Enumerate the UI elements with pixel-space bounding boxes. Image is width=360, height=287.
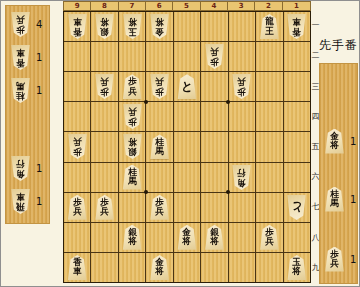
file-label: 7: [119, 2, 146, 10]
board-square-83[interactable]: 歩兵: [91, 72, 117, 101]
board-square-39[interactable]: [229, 253, 255, 282]
hand-slot-gote[interactable]: 桂馬1: [10, 77, 46, 103]
board-square-59[interactable]: [174, 253, 200, 282]
hand-slot-sente[interactable]: 金将1: [324, 128, 360, 154]
board-square-42[interactable]: 歩兵: [201, 42, 227, 71]
board-square-18[interactable]: [284, 223, 310, 252]
board-square-96[interactable]: [64, 163, 90, 192]
shogi-piece-sente[interactable]: 桂馬: [149, 134, 170, 159]
board-square-44[interactable]: [201, 102, 227, 131]
board-square-57[interactable]: [174, 193, 200, 222]
shogi-piece-sente[interactable]: 龍王: [259, 14, 280, 39]
board-square-47[interactable]: [201, 193, 227, 222]
board-square-78[interactable]: 銀将: [119, 223, 145, 252]
board-square-85[interactable]: [91, 132, 117, 161]
board-square-49[interactable]: [201, 253, 227, 282]
board-square-92[interactable]: [64, 42, 90, 71]
board-square-12[interactable]: [284, 42, 310, 71]
file-label: 4: [201, 2, 228, 10]
shogi-piece-sente[interactable]: 玉将: [286, 255, 307, 280]
board-square-77[interactable]: [119, 193, 145, 222]
shogi-piece-sente[interactable]: 金将: [176, 225, 197, 250]
file-label: 1: [283, 2, 310, 10]
shogi-piece-sente[interactable]: 歩兵: [149, 195, 170, 220]
hand-slot-gote[interactable]: 角行1: [10, 155, 46, 181]
board-square-51[interactable]: [174, 12, 200, 41]
hand-slot-gote[interactable]: 飛車1: [10, 188, 46, 214]
shogi-piece-sente[interactable]: 歩兵: [324, 247, 345, 272]
shogi-piece-gote[interactable]: 歩兵: [149, 74, 170, 99]
hoshi-dot: [226, 100, 230, 104]
board-square-29[interactable]: [256, 253, 282, 282]
board-square-23[interactable]: [256, 72, 282, 101]
board-square-48[interactable]: 銀将: [201, 223, 227, 252]
board-square-14[interactable]: [284, 102, 310, 131]
board-square-46[interactable]: [201, 163, 227, 192]
shogi-piece-gote[interactable]: 歩兵: [122, 104, 143, 129]
shogi-piece-sente[interactable]: 香車: [67, 255, 88, 280]
board-square-94[interactable]: [64, 102, 90, 131]
hand-slot-sente[interactable]: 歩兵1: [324, 246, 360, 272]
board-square-64[interactable]: [146, 102, 172, 131]
board-square-25[interactable]: [256, 132, 282, 161]
shogi-piece-gote[interactable]: 歩兵: [94, 74, 115, 99]
hand-slot-gote[interactable]: 香車1: [10, 44, 46, 70]
shogi-piece-sente[interactable]: 金将: [324, 129, 345, 154]
board-square-56[interactable]: [174, 163, 200, 192]
board-square-66[interactable]: [146, 163, 172, 192]
board-square-79[interactable]: [119, 253, 145, 282]
hand-count: 1: [350, 136, 356, 147]
shogi-piece-sente[interactable]: と: [176, 74, 197, 99]
board-square-19[interactable]: 玉将: [284, 253, 310, 282]
file-label: 6: [146, 2, 173, 10]
board-square-67[interactable]: 歩兵: [146, 193, 172, 222]
board-square-91[interactable]: 香車: [64, 12, 90, 41]
board-square-71[interactable]: 玉将: [119, 12, 145, 41]
board-square-82[interactable]: [91, 42, 117, 71]
hand-count: 1: [36, 85, 42, 96]
shogi-piece-gote[interactable]: 香車: [67, 14, 88, 39]
board-square-22[interactable]: [256, 42, 282, 71]
shogi-piece-sente[interactable]: 銀将: [204, 225, 225, 250]
board-square-55[interactable]: [174, 132, 200, 161]
shogi-piece-gote[interactable]: 香車: [10, 45, 31, 70]
board-square-68[interactable]: [146, 223, 172, 252]
shogi-piece-gote[interactable]: 桂馬: [10, 78, 31, 103]
turn-indicator: 先手番: [319, 37, 358, 54]
hand-slot-gote[interactable]: 歩兵4: [10, 11, 46, 37]
board-square-58[interactable]: 金将: [174, 223, 200, 252]
shogi-piece-sente[interactable]: 歩兵: [259, 225, 280, 250]
shogi-piece-gote[interactable]: 飛車: [10, 189, 31, 214]
board-square-32[interactable]: [229, 42, 255, 71]
board-square-89[interactable]: [91, 253, 117, 282]
shogi-piece-sente[interactable]: 金将: [149, 255, 170, 280]
board-square-27[interactable]: [256, 193, 282, 222]
hand-count: 1: [36, 52, 42, 63]
board-square-35[interactable]: [229, 132, 255, 161]
board-square-41[interactable]: [201, 12, 227, 41]
board-square-36[interactable]: 角行: [229, 163, 255, 192]
board-square-61[interactable]: 金将: [146, 12, 172, 41]
shogi-piece-gote[interactable]: 歩兵: [10, 12, 31, 37]
hand-count: 1: [36, 163, 42, 174]
shogi-piece-sente[interactable]: 銀将: [122, 225, 143, 250]
hoshi-dot: [144, 100, 148, 104]
hoshi-dot: [226, 190, 230, 194]
board-square-88[interactable]: [91, 223, 117, 252]
shogi-piece-sente[interactable]: 歩兵: [122, 74, 143, 99]
board-square-69[interactable]: 金将: [146, 253, 172, 282]
board-square-34[interactable]: [229, 102, 255, 131]
shogi-piece-gote[interactable]: 歩兵: [204, 44, 225, 69]
board-square-37[interactable]: [229, 193, 255, 222]
file-labels: 987654321: [63, 1, 311, 11]
file-label: 2: [255, 2, 282, 10]
shogi-piece-gote[interactable]: 歩兵: [67, 134, 88, 159]
board-square-16[interactable]: [284, 163, 310, 192]
shogi-piece-sente[interactable]: 桂馬: [324, 187, 345, 212]
board-square-11[interactable]: 香車: [284, 12, 310, 41]
board-square-72[interactable]: [119, 42, 145, 71]
board-square-65[interactable]: 桂馬: [146, 132, 172, 161]
shogi-piece-gote[interactable]: 銀将: [122, 134, 143, 159]
board-square-53[interactable]: と: [174, 72, 200, 101]
hand-count: 1: [350, 254, 356, 265]
board-square-24[interactable]: [256, 102, 282, 131]
board-square-84[interactable]: [91, 102, 117, 131]
shogi-piece-gote[interactable]: 香車: [286, 14, 307, 39]
file-label: 8: [91, 2, 118, 10]
shogi-piece-gote[interactable]: 歩兵: [231, 74, 252, 99]
file-label: 3: [228, 2, 255, 10]
board-square-43[interactable]: [201, 72, 227, 101]
hoshi-dot: [144, 190, 148, 194]
file-label: 5: [173, 2, 200, 10]
board-square-15[interactable]: [284, 132, 310, 161]
sente-hand-tray: 金将1桂馬1歩兵1: [319, 63, 358, 284]
board-square-38[interactable]: [229, 223, 255, 252]
gote-hand-tray: 歩兵4香車1桂馬1角行1飛車1: [5, 5, 50, 224]
shogi-board-frame: 香車銀将玉将金将龍王香車歩兵歩兵歩兵歩兵と歩兵歩兵歩兵銀将桂馬桂馬角行歩兵歩兵歩…: [63, 11, 311, 283]
board-square-52[interactable]: [174, 42, 200, 71]
board-square-28[interactable]: 歩兵: [256, 223, 282, 252]
board-square-73[interactable]: 歩兵: [119, 72, 145, 101]
hand-count: 4: [36, 19, 42, 30]
shogi-board: 香車銀将玉将金将龍王香車歩兵歩兵歩兵歩兵と歩兵歩兵歩兵銀将桂馬桂馬角行歩兵歩兵歩…: [64, 12, 310, 282]
shogi-app-window: 歩兵4香車1桂馬1角行1飛車1 987654321 香車銀将玉将金将龍王香車歩兵…: [0, 0, 360, 287]
file-label: 9: [64, 2, 91, 10]
board-square-95[interactable]: 歩兵: [64, 132, 90, 161]
board-square-31[interactable]: [229, 12, 255, 41]
board-square-86[interactable]: [91, 163, 117, 192]
board-square-62[interactable]: [146, 42, 172, 71]
board-square-45[interactable]: [201, 132, 227, 161]
shogi-piece-sente[interactable]: 歩兵: [67, 195, 88, 220]
shogi-piece-gote[interactable]: 角行: [231, 165, 252, 190]
board-square-76[interactable]: 桂馬: [119, 163, 145, 192]
board-square-21[interactable]: 龍王: [256, 12, 282, 41]
board-square-99[interactable]: 香車: [64, 253, 90, 282]
shogi-piece-gote[interactable]: 玉将: [122, 14, 143, 39]
board-square-63[interactable]: 歩兵: [146, 72, 172, 101]
board-square-81[interactable]: 銀将: [91, 12, 117, 41]
board-square-93[interactable]: [64, 72, 90, 101]
shogi-piece-gote[interactable]: 角行: [10, 156, 31, 181]
board-square-75[interactable]: 銀将: [119, 132, 145, 161]
board-square-98[interactable]: [64, 223, 90, 252]
board-square-17[interactable]: と: [284, 193, 310, 222]
board-square-54[interactable]: [174, 102, 200, 131]
shogi-piece-sente[interactable]: 桂馬: [122, 165, 143, 190]
board-square-97[interactable]: 歩兵: [64, 193, 90, 222]
shogi-piece-gote[interactable]: 銀将: [94, 14, 115, 39]
hand-slot-sente[interactable]: 桂馬1: [324, 186, 360, 212]
board-square-33[interactable]: 歩兵: [229, 72, 255, 101]
board-square-87[interactable]: 歩兵: [91, 193, 117, 222]
hand-count: 1: [350, 194, 356, 205]
board-square-74[interactable]: 歩兵: [119, 102, 145, 131]
shogi-piece-gote[interactable]: 金将: [149, 14, 170, 39]
shogi-piece-gote[interactable]: と: [286, 195, 307, 220]
hand-count: 1: [36, 196, 42, 207]
shogi-piece-sente[interactable]: 歩兵: [94, 195, 115, 220]
board-square-13[interactable]: [284, 72, 310, 101]
board-square-26[interactable]: [256, 163, 282, 192]
